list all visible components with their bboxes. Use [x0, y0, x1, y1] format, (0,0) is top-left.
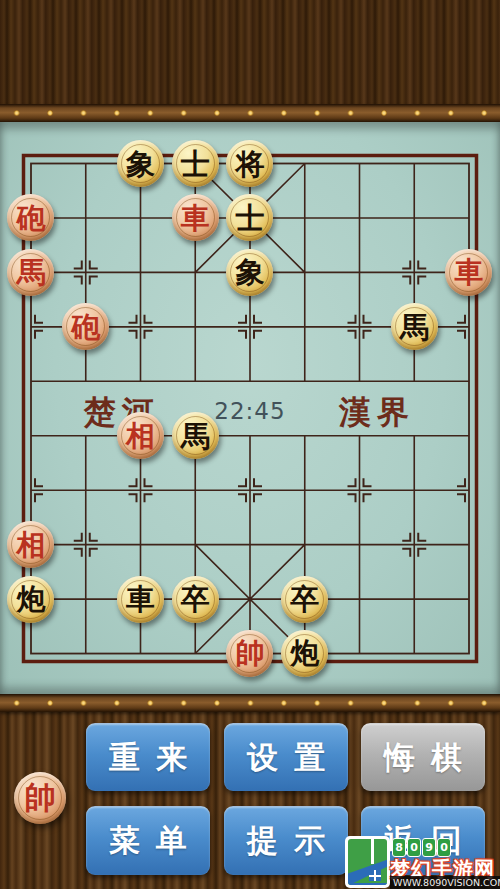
- piece-red-general[interactable]: 帥: [223, 626, 278, 680]
- piece-black-pawn-b[interactable]: 卒: [277, 572, 332, 626]
- watermark-digit: 0: [407, 838, 421, 857]
- restart-button[interactable]: 重来: [86, 723, 210, 791]
- nail-rail-top: [0, 104, 500, 122]
- piece-red-chariot-b[interactable]: 車: [442, 245, 497, 299]
- nail-dots-bottom: [0, 694, 500, 712]
- piece-black-pawn-a[interactable]: 卒: [168, 572, 223, 626]
- watermark-digit: 9: [422, 838, 436, 857]
- pieces-layer: 象士将砲車士馬象車砲馬相馬相炮車卒卒帥炮: [4, 136, 497, 680]
- house-roof-icon: [348, 860, 387, 885]
- piece-red-cannon-b[interactable]: 砲: [58, 300, 113, 354]
- watermark-logo: [345, 836, 390, 888]
- piece-black-cannon-b[interactable]: 炮: [277, 626, 332, 680]
- piece-black-elephant-b[interactable]: 象: [223, 245, 278, 299]
- piece-black-chariot[interactable]: 車: [113, 572, 168, 626]
- piece-red-cannon-a[interactable]: 砲: [4, 191, 59, 245]
- watermark-digits: 8090: [392, 838, 451, 857]
- undo-button[interactable]: 悔棋: [361, 723, 485, 791]
- nail-dots-top: [0, 104, 500, 122]
- wood-panel-top: [0, 0, 500, 106]
- piece-black-cannon-a[interactable]: 炮: [4, 572, 59, 626]
- piece-black-horse-b[interactable]: 馬: [168, 408, 223, 462]
- hint-button[interactable]: 提示: [224, 806, 348, 875]
- watermark: 8090 梦幻手游网 WWW.8090VISION.COM: [343, 831, 500, 889]
- piece-black-advisor-a[interactable]: 士: [168, 136, 223, 190]
- piece-black-horse-a[interactable]: 馬: [387, 300, 442, 354]
- piece-red-horse[interactable]: 馬: [4, 245, 59, 299]
- piece-red-chariot-a[interactable]: 車: [168, 191, 223, 245]
- xiangqi-game-screen: 楚河 漢界 22:45 象士将砲車士馬象車砲馬相馬相炮車卒卒帥炮 重来 设置 悔…: [0, 0, 500, 889]
- piece-red-elephant-a[interactable]: 相: [113, 408, 168, 462]
- menu-button[interactable]: 菜单: [86, 806, 210, 875]
- watermark-digit: 8: [392, 838, 406, 857]
- piece-red-elephant-b[interactable]: 相: [4, 517, 59, 571]
- watermark-url: WWW.8090VISION.COM: [390, 876, 500, 889]
- piece-black-general[interactable]: 将: [223, 136, 278, 190]
- watermark-digit: 0: [437, 838, 451, 857]
- watermark-logo-art: [348, 839, 387, 885]
- settings-button[interactable]: 设置: [224, 723, 348, 791]
- piece-black-elephant-a[interactable]: 象: [113, 136, 168, 190]
- nail-rail-bottom: [0, 694, 500, 712]
- turn-indicator-char: 帥: [25, 777, 56, 819]
- piece-black-advisor-b[interactable]: 士: [223, 191, 278, 245]
- house-window-icon: [369, 870, 381, 881]
- board[interactable]: 楚河 漢界 22:45 象士将砲車士馬象車砲馬相馬相炮車卒卒帥炮: [0, 122, 500, 694]
- turn-indicator-piece: 帥: [14, 772, 66, 824]
